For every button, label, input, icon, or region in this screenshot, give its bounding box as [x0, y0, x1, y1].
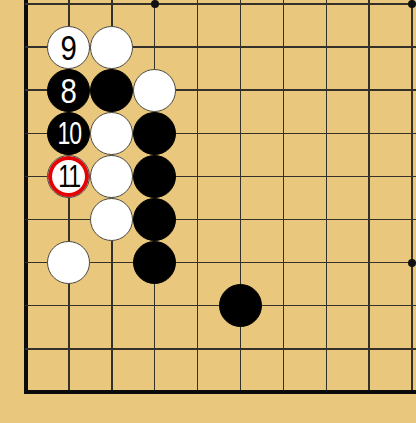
- stone-c9-white[interactable]: [90, 26, 133, 69]
- star-point: [408, 0, 416, 8]
- star-point: [408, 259, 416, 267]
- grid-vline: [411, 0, 413, 394]
- go-diagram: 981011: [0, 0, 416, 423]
- stone-c6-white[interactable]: [90, 155, 133, 198]
- stone-d8-white[interactable]: [133, 69, 176, 112]
- move-number: 8: [61, 70, 77, 111]
- star-point: [151, 0, 159, 8]
- move-number: 11: [58, 156, 80, 197]
- stone-d5-black[interactable]: [133, 198, 176, 241]
- stone-f3-black[interactable]: [219, 284, 262, 327]
- grid-vline: [240, 0, 242, 394]
- grid-hline: [25, 219, 416, 221]
- stone-c8-black[interactable]: [90, 69, 133, 112]
- stone-c7-white[interactable]: [90, 112, 133, 155]
- stone-d4-black[interactable]: [133, 241, 176, 284]
- grid-vline: [283, 0, 285, 394]
- grid-vline: [197, 0, 199, 394]
- grid-hline: [25, 348, 416, 350]
- grid-vline: [368, 0, 370, 394]
- stone-c5-white[interactable]: [90, 198, 133, 241]
- board-left-edge: [24, 0, 28, 394]
- move-number: 10: [57, 113, 80, 154]
- stone-b4-white[interactable]: [47, 241, 90, 284]
- grid-hline: [25, 3, 416, 5]
- stone-d7-black[interactable]: [133, 112, 176, 155]
- go-board[interactable]: 981011: [0, 0, 416, 423]
- stone-b8-black[interactable]: 8: [47, 69, 90, 112]
- stone-b7-black[interactable]: 10: [47, 112, 90, 155]
- board-bottom-edge: [24, 390, 416, 394]
- stone-d6-black[interactable]: [133, 155, 176, 198]
- stone-b6-white-last-move[interactable]: 11: [47, 155, 90, 198]
- stone-b9-white[interactable]: 9: [47, 26, 90, 69]
- move-number: 9: [61, 27, 77, 68]
- grid-vline: [326, 0, 328, 394]
